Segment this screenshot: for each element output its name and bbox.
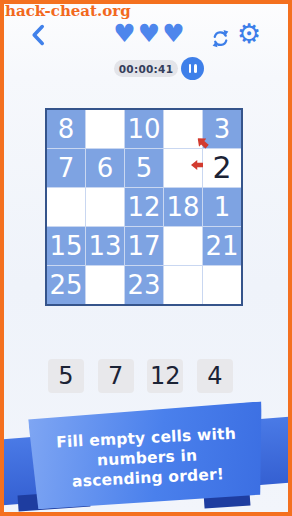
tray-tile-5[interactable]: 5 [48, 359, 84, 393]
cell-r3c1[interactable] [47, 188, 85, 226]
cell-r5c3[interactable]: 23 [125, 266, 163, 304]
timer-value: 00:00:41 [119, 63, 174, 75]
cell-r4c5[interactable]: 21 [203, 227, 241, 265]
number-tray: 57124 [48, 359, 233, 393]
heart-icon: ♥ [113, 19, 137, 48]
puzzle-board: 8103765212181151317212523 [45, 108, 243, 306]
heart-icon: ♥ [138, 19, 162, 48]
cell-r1c4[interactable] [164, 110, 202, 148]
cell-r3c5[interactable]: 1 [203, 188, 241, 226]
refresh-icon [213, 30, 229, 47]
cell-r5c4[interactable] [164, 266, 202, 304]
cell-r2c1[interactable]: 7 [47, 149, 85, 187]
cell-r4c2[interactable]: 13 [86, 227, 124, 265]
restart-button[interactable] [209, 27, 232, 50]
heart-icon: ♥ [162, 19, 186, 48]
tray-tile-12[interactable]: 12 [147, 359, 183, 393]
cell-r1c2[interactable] [86, 110, 124, 148]
cell-r4c1[interactable]: 15 [47, 227, 85, 265]
watermark-text: hack-cheat.org [5, 2, 131, 20]
cell-r1c3[interactable]: 10 [125, 110, 163, 148]
pause-icon [189, 64, 192, 73]
cell-r3c2[interactable] [86, 188, 124, 226]
settings-button[interactable]: ⚙ [237, 19, 261, 49]
cell-r3c3[interactable]: 12 [125, 188, 163, 226]
cell-r2c3[interactable]: 5 [125, 149, 163, 187]
cell-r3c4[interactable]: 18 [164, 188, 202, 226]
tray-tile-4[interactable]: 4 [197, 359, 233, 393]
banner-text-line: ascending order! [72, 464, 225, 491]
banner-panel: Fill empty cells with numbers in ascendi… [28, 401, 266, 509]
app-screen: hack-cheat.org ♥♥♥ ⚙ 00:00:41 8103765212… [0, 0, 292, 516]
pause-button[interactable] [181, 57, 204, 80]
cell-r5c2[interactable] [86, 266, 124, 304]
cell-r4c3[interactable]: 17 [125, 227, 163, 265]
cell-r2c5[interactable]: 2 [203, 149, 241, 187]
cell-r5c5[interactable] [203, 266, 241, 304]
gear-icon: ⚙ [237, 18, 261, 49]
tray-tile-7[interactable]: 7 [98, 359, 134, 393]
cell-r1c5[interactable]: 3 [203, 110, 241, 148]
cell-r1c1[interactable]: 8 [47, 110, 85, 148]
timer-display: 00:00:41 [114, 60, 178, 77]
cell-r2c2[interactable]: 6 [86, 149, 124, 187]
cell-r4c4[interactable] [164, 227, 202, 265]
cell-r5c1[interactable]: 25 [47, 266, 85, 304]
